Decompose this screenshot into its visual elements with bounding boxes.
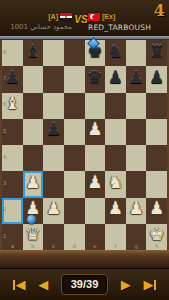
file-label-a: a bbox=[11, 243, 14, 250]
piece-white-pawn-e3: ♟ bbox=[85, 169, 106, 195]
piece-black-rook-h8: ♜ bbox=[146, 38, 167, 64]
rank-label-5: 5 bbox=[3, 128, 6, 134]
board-bottom-frame bbox=[0, 250, 169, 268]
square-g5[interactable] bbox=[126, 119, 147, 145]
square-d6[interactable] bbox=[64, 93, 85, 119]
prev-move-button[interactable]: ◀ bbox=[38, 278, 48, 291]
square-a5[interactable]: 5 bbox=[2, 119, 23, 145]
square-e2[interactable] bbox=[85, 198, 106, 224]
square-c2[interactable]: ♟ bbox=[43, 198, 64, 224]
piece-black-pawn-g7: ♟ bbox=[126, 64, 147, 90]
square-f2[interactable]: ♟ bbox=[105, 198, 126, 224]
square-g6[interactable] bbox=[126, 93, 147, 119]
square-d8[interactable] bbox=[64, 40, 85, 66]
square-e1[interactable]: e bbox=[85, 224, 106, 250]
square-d3[interactable] bbox=[64, 171, 85, 197]
square-h1[interactable]: h♚ bbox=[146, 224, 167, 250]
square-h7[interactable]: ♟ bbox=[146, 66, 167, 92]
square-b5[interactable] bbox=[23, 119, 44, 145]
piece-black-pawn-a7: ♟ bbox=[2, 64, 23, 90]
square-c4[interactable] bbox=[43, 145, 64, 171]
player-right-tag: [Ex] bbox=[102, 13, 115, 20]
square-h2[interactable]: ♟ bbox=[146, 198, 167, 224]
piece-black-queen-e7: ♛ bbox=[85, 64, 106, 90]
square-f4[interactable] bbox=[105, 145, 126, 171]
piece-white-pawn-c2: ♟ bbox=[43, 196, 64, 222]
square-f7[interactable]: ♟ bbox=[105, 66, 126, 92]
square-h3[interactable] bbox=[146, 171, 167, 197]
square-f8[interactable]: ♞ bbox=[105, 40, 126, 66]
rank-label-4: 4 bbox=[3, 154, 6, 160]
square-b1[interactable]: b♛ bbox=[23, 224, 44, 250]
piece-white-queen-b1: ♛ bbox=[23, 222, 44, 248]
first-move-button[interactable]: ◀ bbox=[13, 278, 26, 291]
square-c6[interactable] bbox=[43, 93, 64, 119]
square-b4[interactable] bbox=[23, 145, 44, 171]
piece-black-bishop-b8: ♝ bbox=[23, 38, 44, 64]
player-right-name: RED_TARBOUSH bbox=[88, 23, 166, 32]
square-a1[interactable]: 1a bbox=[2, 224, 23, 250]
square-a4[interactable]: 4 bbox=[2, 145, 23, 171]
square-g8[interactable] bbox=[126, 40, 147, 66]
square-g3[interactable] bbox=[126, 171, 147, 197]
egypt-flag-icon bbox=[60, 13, 72, 21]
square-e4[interactable] bbox=[85, 145, 106, 171]
rank-label-1: 1 bbox=[3, 233, 6, 239]
vs-label: VS bbox=[73, 14, 89, 25]
square-g1[interactable]: g bbox=[126, 224, 147, 250]
chess-app-screen: 4 [A] محمود حساني 1001 VS [Ex] RED_TARBO… bbox=[0, 0, 169, 300]
square-d2[interactable] bbox=[64, 198, 85, 224]
square-a6[interactable]: 6♝ bbox=[2, 93, 23, 119]
square-e5[interactable]: ♟ bbox=[85, 119, 106, 145]
square-b7[interactable] bbox=[23, 66, 44, 92]
square-c1[interactable]: c bbox=[43, 224, 64, 250]
piece-black-pawn-c5: ♟ bbox=[43, 117, 64, 143]
rank-label-2: 2 bbox=[3, 206, 6, 212]
square-c5[interactable]: ♟ bbox=[43, 119, 64, 145]
file-label-f: f bbox=[115, 243, 117, 250]
square-d1[interactable]: d bbox=[64, 224, 85, 250]
square-e7[interactable]: ♛ bbox=[85, 66, 106, 92]
square-f1[interactable]: f bbox=[105, 224, 126, 250]
file-label-g: g bbox=[134, 243, 137, 250]
square-g7[interactable]: ♟ bbox=[126, 66, 147, 92]
rank-label-3: 3 bbox=[3, 180, 6, 186]
square-g4[interactable] bbox=[126, 145, 147, 171]
square-c3[interactable] bbox=[43, 171, 64, 197]
next-move-button[interactable]: ▶ bbox=[121, 278, 131, 291]
file-label-c: c bbox=[52, 243, 55, 250]
square-d4[interactable] bbox=[64, 145, 85, 171]
move-counter: 39/39 bbox=[61, 274, 109, 294]
chess-board: 8♝♚♞♜7♟♛♟♟♟6♝5♟♟43♟♟♞2♟♟♟♟♟1ab♛cdefgh♚ bbox=[0, 36, 169, 268]
last-move-button[interactable]: ▶ bbox=[143, 278, 156, 291]
piece-white-king-h1: ♚ bbox=[146, 222, 167, 248]
square-h8[interactable]: ♜ bbox=[146, 40, 167, 66]
square-h6[interactable] bbox=[146, 93, 167, 119]
file-label-d: d bbox=[73, 243, 76, 250]
piece-black-pawn-h7: ♟ bbox=[146, 64, 167, 90]
piece-white-pawn-g2: ♟ bbox=[126, 196, 147, 222]
piece-white-pawn-e5: ♟ bbox=[85, 117, 106, 143]
piece-white-pawn-f2: ♟ bbox=[105, 196, 126, 222]
piece-indicator-dot bbox=[27, 215, 36, 224]
square-f6[interactable] bbox=[105, 93, 126, 119]
match-header: 4 [A] محمود حساني 1001 VS [Ex] RED_TARBO… bbox=[0, 0, 169, 37]
square-h4[interactable] bbox=[146, 145, 167, 171]
square-e3[interactable]: ♟ bbox=[85, 171, 106, 197]
player-right: [Ex] RED_TARBOUSH bbox=[88, 12, 166, 32]
file-label-e: e bbox=[93, 243, 96, 250]
square-g2[interactable]: ♟ bbox=[126, 198, 147, 224]
square-a8[interactable]: 8 bbox=[2, 40, 23, 66]
square-b6[interactable] bbox=[23, 93, 44, 119]
square-h5[interactable] bbox=[146, 119, 167, 145]
piece-black-knight-f8: ♞ bbox=[105, 38, 126, 64]
square-c7[interactable] bbox=[43, 66, 64, 92]
square-f3[interactable]: ♞ bbox=[105, 171, 126, 197]
player-left-tag: [A] bbox=[48, 13, 58, 20]
turkey-flag-icon bbox=[88, 13, 100, 21]
square-a7[interactable]: 7♟ bbox=[2, 66, 23, 92]
square-b3[interactable]: ♟ bbox=[23, 171, 44, 197]
square-b8[interactable]: ♝ bbox=[23, 40, 44, 66]
square-e6[interactable] bbox=[85, 93, 106, 119]
player-left-name: محمود حساني 1001 bbox=[0, 23, 72, 31]
replay-controls: ◀ ◀ 39/39 ▶ ▶ bbox=[0, 268, 169, 300]
square-d5[interactable] bbox=[64, 119, 85, 145]
piece-white-pawn-b3: ♟ bbox=[23, 169, 44, 195]
square-a3[interactable]: 3 bbox=[2, 171, 23, 197]
square-f5[interactable] bbox=[105, 119, 126, 145]
square-c8[interactable] bbox=[43, 40, 64, 66]
square-d7[interactable] bbox=[64, 66, 85, 92]
player-left: [A] محمود حساني 1001 bbox=[0, 12, 72, 31]
piece-white-knight-f3: ♞ bbox=[105, 169, 126, 195]
piece-white-bishop-a6: ♝ bbox=[2, 91, 23, 117]
square-a2[interactable]: 2 bbox=[2, 198, 23, 224]
rank-label-8: 8 bbox=[3, 49, 6, 55]
piece-black-pawn-f7: ♟ bbox=[105, 64, 126, 90]
piece-white-pawn-h2: ♟ bbox=[146, 196, 167, 222]
